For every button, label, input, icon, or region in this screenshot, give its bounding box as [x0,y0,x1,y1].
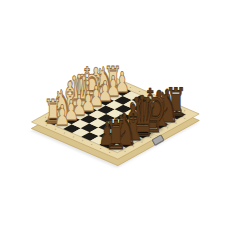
piece-black-rook: ♜ [106,117,128,156]
border-tick [81,140,83,141]
border-tick [63,132,65,133]
border-tick [90,144,92,145]
piece-white-pawn: ♟ [54,102,70,130]
border-tick [72,136,74,137]
product-photo-page: ♜♟♞♟♝♟♚♟♛♟♟♝♜♟♟♞♞♟♟♜♝♟♟♚♟♛♟♝♟♞♟♜ [0,0,228,228]
chess-set-photo: ♜♟♞♟♝♟♚♟♛♟♟♝♜♟♟♞♞♟♟♜♝♟♟♚♟♛♟♝♟♞♟♜ [0,0,228,228]
